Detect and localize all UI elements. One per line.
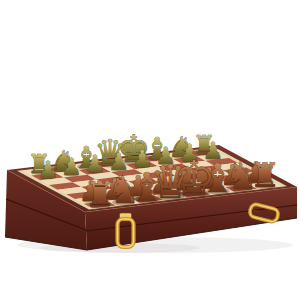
chess-set-product-photo: ♜♞♟♝♟♚♟♛♟♝♟♞♟♜♟♟♟♟♜♟♞♟♝♟♚♟♛♟♝♟♞♜ [0, 0, 300, 300]
chess-board-photo-canvas: ♜♞♟♝♟♚♟♛♟♝♟♞♟♜♟♟♟♟♜♟♞♟♝♟♚♟♛♟♝♟♞♜ [0, 0, 300, 300]
piece-white-rook-a1: ♜ [85, 175, 115, 214]
piece-black-pawn-a7: ♟ [37, 156, 58, 184]
